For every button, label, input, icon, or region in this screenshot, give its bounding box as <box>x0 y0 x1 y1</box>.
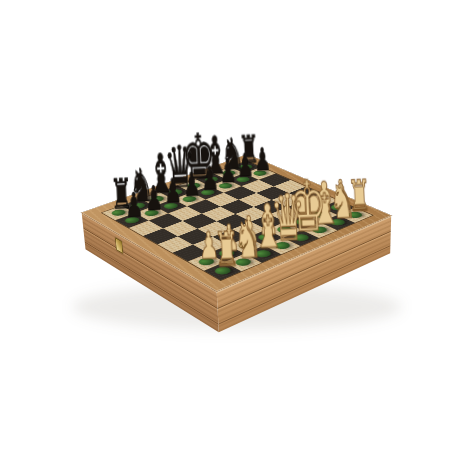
wooden-chess-box: ♜♞♝♛♚♝♞♜♟♟♟♟♟♟♟♟♟♟♟♟♟♟♟♟♜♞♝♛♚♝♞♜ <box>82 154 392 291</box>
black-pawn-a7[interactable]: ♟ <box>113 187 156 223</box>
brass-clasp <box>115 237 123 254</box>
white-rook-a1[interactable]: ♜ <box>197 226 255 275</box>
board-photo-scene: ♜♞♝♛♚♝♞♜♟♟♟♟♟♟♟♟♟♟♟♟♟♟♟♟♜♞♝♛♚♝♞♜ <box>0 0 452 452</box>
square-a1[interactable]: ♜ <box>204 262 241 280</box>
